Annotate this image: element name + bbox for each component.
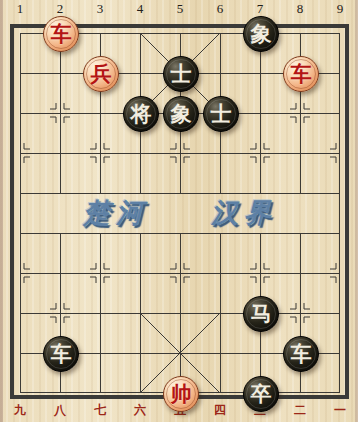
board-point[interactable] <box>260 153 300 193</box>
board-point[interactable] <box>260 233 300 273</box>
piece-red-chariot[interactable]: 车 <box>43 16 79 52</box>
board-point[interactable] <box>20 73 60 113</box>
board-point[interactable] <box>60 193 100 233</box>
piece-black-general[interactable]: 将 <box>123 96 159 132</box>
piece-red-general[interactable]: 帅 <box>163 376 199 412</box>
piece-black-chariot[interactable]: 车 <box>283 336 319 372</box>
board-point[interactable] <box>140 153 180 193</box>
file-label-bottom: 六 <box>134 403 146 417</box>
board-point[interactable] <box>60 273 100 313</box>
file-label-top: 6 <box>217 2 224 16</box>
board-point[interactable] <box>60 153 100 193</box>
board-point[interactable] <box>60 233 100 273</box>
board-point[interactable] <box>100 193 140 233</box>
board-point[interactable] <box>180 153 220 193</box>
file-label-bottom: 二 <box>294 403 306 417</box>
piece-red-chariot[interactable]: 车 <box>283 56 319 92</box>
board-point[interactable] <box>100 353 140 393</box>
board-point[interactable] <box>180 193 220 233</box>
board-point[interactable] <box>300 113 340 153</box>
file-label-top: 7 <box>257 2 264 16</box>
piece-black-advisor[interactable]: 士 <box>203 96 239 132</box>
file-label-bottom: 九 <box>14 403 26 417</box>
file-label-bottom: 七 <box>94 403 106 417</box>
board-point[interactable] <box>20 273 60 313</box>
file-label-top: 3 <box>97 2 104 16</box>
board-point[interactable] <box>100 273 140 313</box>
file-label-top: 2 <box>57 2 64 16</box>
board-point[interactable] <box>20 193 60 233</box>
board-point[interactable] <box>100 313 140 353</box>
board-point[interactable] <box>220 233 260 273</box>
file-label-bottom: 一 <box>334 403 346 417</box>
board-point[interactable] <box>300 153 340 193</box>
board-point[interactable] <box>220 193 260 233</box>
board-point[interactable] <box>140 273 180 313</box>
board-point[interactable] <box>220 153 260 193</box>
board-point[interactable] <box>300 233 340 273</box>
board-point[interactable] <box>20 113 60 153</box>
board-point[interactable] <box>20 153 60 193</box>
file-label-top: 9 <box>337 2 344 16</box>
xiangqi-board: 123456789 楚河 汉界 车象兵士车将象士马车车帅卒 九八七六五四三二一 <box>0 0 358 422</box>
file-label-top: 1 <box>17 2 24 16</box>
board-point[interactable] <box>180 233 220 273</box>
board-point[interactable] <box>300 193 340 233</box>
board-point[interactable] <box>140 193 180 233</box>
board-point[interactable] <box>180 273 220 313</box>
piece-red-soldier[interactable]: 兵 <box>83 56 119 92</box>
board-point[interactable] <box>260 193 300 233</box>
file-label-bottom: 八 <box>54 403 66 417</box>
board-point[interactable] <box>180 313 220 353</box>
piece-black-elephant[interactable]: 象 <box>243 16 279 52</box>
board-point[interactable] <box>140 233 180 273</box>
piece-black-soldier[interactable]: 卒 <box>243 376 279 412</box>
piece-black-elephant[interactable]: 象 <box>163 96 199 132</box>
piece-black-advisor[interactable]: 士 <box>163 56 199 92</box>
board-point[interactable] <box>20 233 60 273</box>
board-point[interactable] <box>140 313 180 353</box>
piece-black-horse[interactable]: 马 <box>243 296 279 332</box>
file-label-top: 5 <box>177 2 184 16</box>
file-label-bottom: 四 <box>214 403 226 417</box>
board-point[interactable] <box>100 153 140 193</box>
board-point[interactable] <box>300 273 340 313</box>
file-label-top: 4 <box>137 2 144 16</box>
file-label-top: 8 <box>297 2 304 16</box>
board-point[interactable] <box>260 113 300 153</box>
piece-black-chariot[interactable]: 车 <box>43 336 79 372</box>
board-point[interactable] <box>100 233 140 273</box>
board-point[interactable] <box>60 113 100 153</box>
